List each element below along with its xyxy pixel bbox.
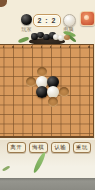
board-coordinate-ticks xyxy=(0,46,93,48)
action-panel: 离开 悔棋 认输 重玩 xyxy=(0,140,95,179)
back-button[interactable] xyxy=(0,0,7,7)
top-right-badge-icon[interactable] xyxy=(80,11,95,26)
score-text: 2 : 2 xyxy=(37,17,56,24)
decor-wood-stone xyxy=(64,35,70,41)
move-hint-e6[interactable] xyxy=(48,97,59,108)
leaf-icon xyxy=(18,36,30,43)
othello-game-screen: 玩家 2 : 2 电脑 离开 悔棋 认输 重玩 xyxy=(0,0,95,190)
bottom-bar xyxy=(0,178,95,190)
black-player-stone-icon xyxy=(21,14,32,25)
move-hint-f5[interactable] xyxy=(59,87,70,98)
replay-button[interactable]: 重玩 xyxy=(73,142,92,154)
board[interactable] xyxy=(0,44,94,138)
resign-button[interactable]: 认输 xyxy=(51,142,70,154)
stone-bowl-decoration xyxy=(17,31,79,45)
score-display: 2 : 2 xyxy=(33,14,61,27)
move-hint-c4[interactable] xyxy=(26,77,37,88)
leave-button[interactable]: 离开 xyxy=(7,142,26,154)
